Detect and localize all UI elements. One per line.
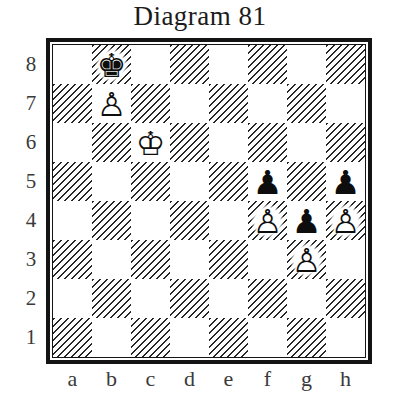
square-a2[interactable] bbox=[53, 279, 92, 318]
black-pawn: ♟ bbox=[248, 162, 287, 201]
rank-label-7: 7 bbox=[16, 84, 46, 123]
file-label-a: a bbox=[53, 366, 92, 392]
board-inner-border: ♚♙♔♟♟♙♟♙♙ bbox=[52, 44, 366, 358]
square-g5[interactable] bbox=[287, 162, 326, 201]
square-b6[interactable] bbox=[92, 123, 131, 162]
square-a6[interactable] bbox=[53, 123, 92, 162]
rank-labels: 87654321 bbox=[16, 38, 46, 364]
square-b7[interactable]: ♙ bbox=[92, 84, 131, 123]
board-area: 87654321 ♚♙♔♟♟♙♟♙♙ bbox=[16, 38, 372, 364]
square-f5[interactable]: ♟ bbox=[248, 162, 287, 201]
square-e4[interactable] bbox=[209, 201, 248, 240]
square-b1[interactable] bbox=[92, 318, 131, 357]
rank-label-2: 2 bbox=[16, 279, 46, 318]
square-d7[interactable] bbox=[170, 84, 209, 123]
black-pawn: ♟ bbox=[326, 162, 365, 201]
square-g6[interactable] bbox=[287, 123, 326, 162]
square-h5[interactable]: ♟ bbox=[326, 162, 365, 201]
square-h6[interactable] bbox=[326, 123, 365, 162]
square-g4[interactable]: ♟ bbox=[287, 201, 326, 240]
square-a8[interactable] bbox=[53, 45, 92, 84]
square-e2[interactable] bbox=[209, 279, 248, 318]
square-d4[interactable] bbox=[170, 201, 209, 240]
square-f3[interactable] bbox=[248, 240, 287, 279]
square-d8[interactable] bbox=[170, 45, 209, 84]
square-d5[interactable] bbox=[170, 162, 209, 201]
file-label-b: b bbox=[92, 366, 131, 392]
square-d3[interactable] bbox=[170, 240, 209, 279]
rank-label-5: 5 bbox=[16, 162, 46, 201]
square-f4[interactable]: ♙ bbox=[248, 201, 287, 240]
square-a7[interactable] bbox=[53, 84, 92, 123]
black-pawn: ♟ bbox=[287, 201, 326, 240]
white-king: ♔ bbox=[131, 123, 170, 162]
rank-label-8: 8 bbox=[16, 45, 46, 84]
square-e5[interactable] bbox=[209, 162, 248, 201]
square-h4[interactable]: ♙ bbox=[326, 201, 365, 240]
diagram-title: Diagram 81 bbox=[0, 1, 400, 32]
square-h2[interactable] bbox=[326, 279, 365, 318]
square-b3[interactable] bbox=[92, 240, 131, 279]
square-h1[interactable] bbox=[326, 318, 365, 357]
square-a1[interactable] bbox=[53, 318, 92, 357]
square-f6[interactable] bbox=[248, 123, 287, 162]
square-h8[interactable] bbox=[326, 45, 365, 84]
rank-label-4: 4 bbox=[16, 201, 46, 240]
square-d2[interactable] bbox=[170, 279, 209, 318]
square-b8[interactable]: ♚ bbox=[92, 45, 131, 84]
square-f2[interactable] bbox=[248, 279, 287, 318]
white-pawn: ♙ bbox=[92, 84, 131, 123]
square-e3[interactable] bbox=[209, 240, 248, 279]
board-frame: ♚♙♔♟♟♙♟♙♙ bbox=[46, 38, 372, 364]
square-c4[interactable] bbox=[131, 201, 170, 240]
square-g3[interactable]: ♙ bbox=[287, 240, 326, 279]
file-labels: abcdefgh bbox=[53, 366, 365, 392]
square-d1[interactable] bbox=[170, 318, 209, 357]
square-d6[interactable] bbox=[170, 123, 209, 162]
file-label-h: h bbox=[326, 366, 365, 392]
white-pawn: ♙ bbox=[248, 201, 287, 240]
square-g7[interactable] bbox=[287, 84, 326, 123]
file-label-g: g bbox=[287, 366, 326, 392]
square-h3[interactable] bbox=[326, 240, 365, 279]
square-c3[interactable] bbox=[131, 240, 170, 279]
square-c5[interactable] bbox=[131, 162, 170, 201]
square-a3[interactable] bbox=[53, 240, 92, 279]
square-h7[interactable] bbox=[326, 84, 365, 123]
square-c6[interactable]: ♔ bbox=[131, 123, 170, 162]
square-e8[interactable] bbox=[209, 45, 248, 84]
square-b4[interactable] bbox=[92, 201, 131, 240]
white-pawn: ♙ bbox=[287, 240, 326, 279]
board-grid: ♚♙♔♟♟♙♟♙♙ bbox=[53, 45, 365, 357]
square-g2[interactable] bbox=[287, 279, 326, 318]
square-f8[interactable] bbox=[248, 45, 287, 84]
white-pawn: ♙ bbox=[326, 201, 365, 240]
square-f7[interactable] bbox=[248, 84, 287, 123]
file-label-e: e bbox=[209, 366, 248, 392]
rank-label-1: 1 bbox=[16, 318, 46, 357]
square-c8[interactable] bbox=[131, 45, 170, 84]
square-a4[interactable] bbox=[53, 201, 92, 240]
square-a5[interactable] bbox=[53, 162, 92, 201]
square-f1[interactable] bbox=[248, 318, 287, 357]
file-label-c: c bbox=[131, 366, 170, 392]
file-label-d: d bbox=[170, 366, 209, 392]
square-c7[interactable] bbox=[131, 84, 170, 123]
square-e1[interactable] bbox=[209, 318, 248, 357]
square-b5[interactable] bbox=[92, 162, 131, 201]
square-e7[interactable] bbox=[209, 84, 248, 123]
square-c2[interactable] bbox=[131, 279, 170, 318]
square-e6[interactable] bbox=[209, 123, 248, 162]
rank-label-6: 6 bbox=[16, 123, 46, 162]
square-g8[interactable] bbox=[287, 45, 326, 84]
square-g1[interactable] bbox=[287, 318, 326, 357]
square-c1[interactable] bbox=[131, 318, 170, 357]
rank-label-3: 3 bbox=[16, 240, 46, 279]
black-king: ♚ bbox=[92, 45, 131, 84]
square-b2[interactable] bbox=[92, 279, 131, 318]
file-label-f: f bbox=[248, 366, 287, 392]
